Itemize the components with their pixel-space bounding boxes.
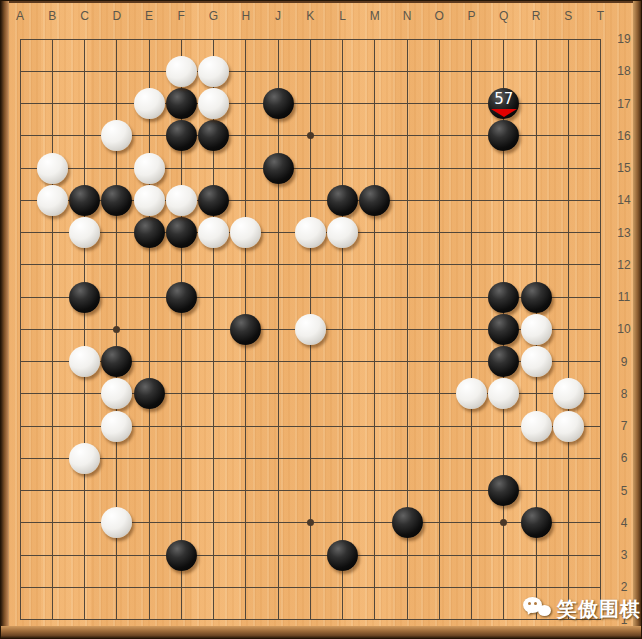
stone-black-G16[interactable] [198, 120, 229, 151]
row-label: 5 [613, 485, 635, 497]
stone-black-F17[interactable] [166, 88, 197, 119]
stone-black-N4[interactable] [392, 507, 423, 538]
stone-black-Q9[interactable] [488, 346, 519, 377]
board-frame-bottom [1, 626, 642, 638]
star-point [307, 519, 314, 526]
stone-white-C13[interactable] [69, 217, 100, 248]
grid-line-horizontal [20, 619, 601, 620]
column-label: Q [496, 10, 512, 22]
row-label: 9 [613, 356, 635, 368]
stone-white-F14[interactable] [166, 185, 197, 216]
stone-white-G17[interactable] [198, 88, 229, 119]
grid-line-vertical [600, 39, 601, 620]
stone-black-F11[interactable] [166, 282, 197, 313]
stone-black-Q17[interactable]: 57 [488, 88, 519, 119]
stone-black-F13[interactable] [166, 217, 197, 248]
row-label: 12 [613, 259, 635, 271]
stone-white-K13[interactable] [295, 217, 326, 248]
column-label: O [431, 10, 447, 22]
stone-white-E15[interactable] [134, 153, 165, 184]
board-frame-left [1, 1, 9, 639]
column-label: N [399, 10, 415, 22]
stone-black-F3[interactable] [166, 540, 197, 571]
go-board-screenshot: ABCDEFGHJKLMNOPQRST191817161514131211109… [0, 0, 642, 639]
stone-black-L14[interactable] [327, 185, 358, 216]
board-frame-top [1, 1, 642, 3]
column-label: T [593, 10, 609, 22]
grid-line-vertical [342, 39, 343, 620]
star-point [307, 132, 314, 139]
stone-white-R7[interactable] [521, 411, 552, 442]
bubble-eye [528, 602, 531, 605]
column-label: R [528, 10, 544, 22]
stone-black-Q11[interactable] [488, 282, 519, 313]
column-label: A [12, 10, 28, 22]
stone-white-R10[interactable] [521, 314, 552, 345]
star-point [113, 326, 120, 333]
row-label: 10 [613, 323, 635, 335]
row-label: 4 [613, 517, 635, 529]
stone-white-D4[interactable] [101, 507, 132, 538]
wechat-icon [523, 597, 553, 622]
stone-white-D8[interactable] [101, 378, 132, 409]
stone-black-F16[interactable] [166, 120, 197, 151]
stone-black-J17[interactable] [263, 88, 294, 119]
go-board-surface[interactable]: ABCDEFGHJKLMNOPQRST191817161514131211109… [1, 1, 642, 639]
stone-black-L3[interactable] [327, 540, 358, 571]
row-label: 16 [613, 130, 635, 142]
row-label: 19 [613, 33, 635, 45]
column-label: L [335, 10, 351, 22]
row-label: 8 [613, 388, 635, 400]
row-label: 13 [613, 227, 635, 239]
bubble-eye [534, 602, 537, 605]
last-move-marker-icon [491, 109, 517, 117]
stone-white-Q8[interactable] [488, 378, 519, 409]
column-label: M [367, 10, 383, 22]
grid-line-horizontal [20, 555, 601, 556]
stone-white-S8[interactable] [553, 378, 584, 409]
stone-white-F18[interactable] [166, 56, 197, 87]
stone-black-R11[interactable] [521, 282, 552, 313]
stone-black-Q5[interactable] [488, 475, 519, 506]
stone-white-B15[interactable] [37, 153, 68, 184]
column-label: C [77, 10, 93, 22]
row-label: 17 [613, 98, 635, 110]
stone-white-E14[interactable] [134, 185, 165, 216]
grid-line-vertical [471, 39, 472, 620]
stone-white-R9[interactable] [521, 346, 552, 377]
stone-black-Q16[interactable] [488, 120, 519, 151]
column-label: K [302, 10, 318, 22]
grid-line-horizontal [20, 458, 601, 459]
column-label: G [206, 10, 222, 22]
watermark: 笑傲围棋 [523, 596, 641, 623]
row-label: 6 [613, 452, 635, 464]
row-label: 7 [613, 420, 635, 432]
column-label: S [560, 10, 576, 22]
stone-white-K10[interactable] [295, 314, 326, 345]
column-label: B [44, 10, 60, 22]
column-label: J [270, 10, 286, 22]
stone-black-J15[interactable] [263, 153, 294, 184]
stone-black-D9[interactable] [101, 346, 132, 377]
star-point [500, 519, 507, 526]
stone-black-E8[interactable] [134, 378, 165, 409]
stone-white-C6[interactable] [69, 443, 100, 474]
column-label: E [141, 10, 157, 22]
row-label: 15 [613, 162, 635, 174]
stone-white-B14[interactable] [37, 185, 68, 216]
stone-white-S7[interactable] [553, 411, 584, 442]
stone-black-G14[interactable] [198, 185, 229, 216]
board-frame-right [633, 1, 641, 639]
chat-bubble-small [538, 605, 551, 616]
stone-white-C9[interactable] [69, 346, 100, 377]
stone-white-E17[interactable] [134, 88, 165, 119]
stone-white-D16[interactable] [101, 120, 132, 151]
row-label: 3 [613, 549, 635, 561]
stone-white-G13[interactable] [198, 217, 229, 248]
move-number-label: 57 [488, 91, 519, 107]
row-label: 11 [613, 291, 635, 303]
grid-line-vertical [568, 39, 569, 620]
stone-white-G18[interactable] [198, 56, 229, 87]
stone-black-H10[interactable] [230, 314, 261, 345]
stone-white-D7[interactable] [101, 411, 132, 442]
stone-black-C11[interactable] [69, 282, 100, 313]
watermark-text: 笑傲围棋 [557, 596, 641, 623]
stone-black-C14[interactable] [69, 185, 100, 216]
row-label: 18 [613, 65, 635, 77]
stone-black-M14[interactable] [359, 185, 390, 216]
column-label: H [238, 10, 254, 22]
column-label: P [464, 10, 480, 22]
stone-black-Q10[interactable] [488, 314, 519, 345]
stone-white-L13[interactable] [327, 217, 358, 248]
stone-white-H13[interactable] [230, 217, 261, 248]
row-label: 2 [613, 581, 635, 593]
stone-black-D14[interactable] [101, 185, 132, 216]
grid-line-vertical [374, 39, 375, 620]
column-label: F [173, 10, 189, 22]
row-label: 14 [613, 194, 635, 206]
stone-black-E13[interactable] [134, 217, 165, 248]
stone-black-R4[interactable] [521, 507, 552, 538]
grid-line-vertical [439, 39, 440, 620]
stone-white-P8[interactable] [456, 378, 487, 409]
column-label: D [109, 10, 125, 22]
grid-line-horizontal [20, 587, 601, 588]
